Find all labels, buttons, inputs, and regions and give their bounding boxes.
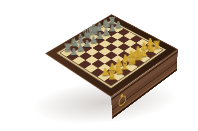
scene-tilt: ♜♞♝♛♚♝♞♜♟♟♟♟♟♟♟♟♟♟♟♟♟♟♟♟♜♞♝♛♚♝♞♜ bbox=[0, 0, 198, 131]
gold-rook-icon: ♜ bbox=[101, 69, 121, 81]
drawer-ring-pull-icon bbox=[118, 94, 126, 108]
product-photo: ♜♞♝♛♚♝♞♜♟♟♟♟♟♟♟♟♟♟♟♟♟♟♟♟♜♞♝♛♚♝♞♜ bbox=[0, 0, 198, 131]
silver-pawn-icon: ♟ bbox=[64, 47, 83, 58]
